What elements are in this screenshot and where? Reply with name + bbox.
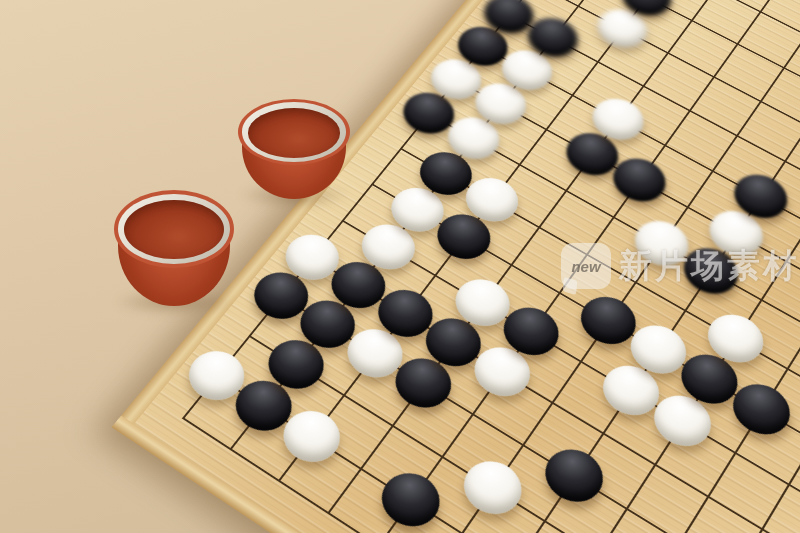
tea-surface bbox=[124, 200, 224, 259]
teacup-rim bbox=[114, 190, 234, 268]
stone-black-E2[interactable] bbox=[371, 463, 450, 533]
tea-surface bbox=[248, 108, 341, 158]
photo-canvas: new 新片场素材 bbox=[0, 0, 800, 533]
stone-white-F3[interactable] bbox=[453, 451, 532, 525]
teacup-lower bbox=[114, 190, 234, 308]
stone-black-G4[interactable] bbox=[535, 439, 613, 512]
teacup-upper bbox=[238, 99, 350, 201]
stones-layer bbox=[663, 0, 800, 216]
teacup-rim bbox=[238, 99, 350, 165]
